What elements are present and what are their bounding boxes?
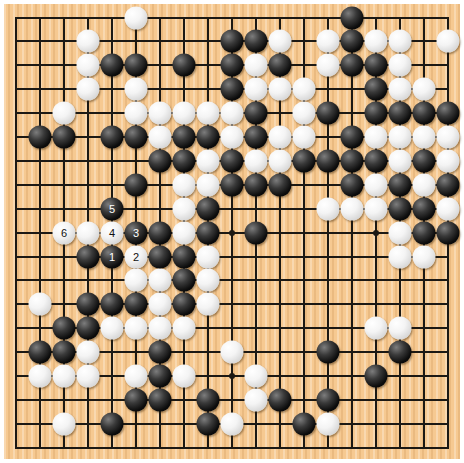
white-stone[interactable] [77,78,100,101]
white-stone[interactable] [149,293,172,316]
black-stone[interactable] [365,149,388,172]
star-point [373,230,379,236]
black-stone[interactable] [317,149,340,172]
white-stone[interactable] [389,245,412,268]
black-stone[interactable] [317,388,340,411]
black-stone[interactable] [125,54,148,77]
white-stone[interactable] [389,149,412,172]
black-stone[interactable] [221,54,244,77]
white-stone[interactable] [149,126,172,149]
black-stone[interactable]: 1 [101,245,124,268]
move-number-label: 1 [109,251,115,262]
move-number-label: 4 [109,227,115,238]
white-stone[interactable] [125,6,148,29]
black-stone[interactable] [53,126,76,149]
black-stone[interactable] [389,341,412,364]
black-stone[interactable] [365,78,388,101]
black-stone[interactable] [197,221,220,244]
black-stone[interactable] [437,221,460,244]
white-stone[interactable] [77,30,100,53]
white-stone[interactable]: 6 [53,221,76,244]
white-stone[interactable] [365,126,388,149]
black-stone[interactable] [101,293,124,316]
star-point [229,373,235,379]
white-stone[interactable] [437,149,460,172]
black-stone[interactable] [245,173,268,196]
white-stone[interactable] [125,365,148,388]
black-stone[interactable] [413,221,436,244]
black-stone[interactable]: 5 [101,197,124,220]
star-point [229,230,235,236]
black-stone[interactable] [245,126,268,149]
white-stone[interactable] [197,293,220,316]
white-stone[interactable] [293,78,316,101]
black-stone[interactable] [173,293,196,316]
white-stone[interactable] [293,102,316,125]
black-stone[interactable] [341,30,364,53]
black-stone[interactable] [341,6,364,29]
white-stone[interactable] [197,149,220,172]
white-stone[interactable]: 2 [125,245,148,268]
black-stone[interactable] [125,126,148,149]
white-stone[interactable] [173,365,196,388]
white-stone[interactable] [437,30,460,53]
white-stone[interactable] [77,221,100,244]
black-stone[interactable] [317,102,340,125]
white-stone[interactable] [173,317,196,340]
black-stone[interactable] [317,341,340,364]
white-stone[interactable] [269,78,292,101]
black-stone[interactable] [389,102,412,125]
white-stone[interactable] [221,126,244,149]
black-stone[interactable] [413,149,436,172]
black-stone[interactable] [101,126,124,149]
black-stone[interactable] [125,173,148,196]
black-stone[interactable] [101,54,124,77]
white-stone[interactable] [221,341,244,364]
white-stone[interactable] [413,245,436,268]
white-stone[interactable] [437,126,460,149]
black-stone[interactable] [389,197,412,220]
black-stone[interactable] [293,412,316,435]
black-stone[interactable] [437,102,460,125]
white-stone[interactable] [413,173,436,196]
white-stone[interactable] [269,30,292,53]
white-stone[interactable] [389,30,412,53]
black-stone[interactable] [53,341,76,364]
black-stone[interactable] [125,293,148,316]
white-stone[interactable] [245,149,268,172]
white-stone[interactable] [125,269,148,292]
white-stone[interactable] [413,78,436,101]
black-stone[interactable] [173,245,196,268]
white-stone[interactable] [53,102,76,125]
grid-line-vertical [351,17,353,449]
white-stone[interactable] [173,102,196,125]
black-stone[interactable] [149,221,172,244]
black-stone[interactable] [221,78,244,101]
white-stone[interactable] [341,197,364,220]
black-stone[interactable] [221,30,244,53]
black-stone[interactable] [197,412,220,435]
white-stone[interactable] [269,126,292,149]
white-stone[interactable] [413,126,436,149]
black-stone[interactable] [413,197,436,220]
white-stone[interactable] [173,173,196,196]
white-stone[interactable] [221,412,244,435]
white-stone[interactable] [365,197,388,220]
white-stone[interactable] [245,365,268,388]
white-stone[interactable] [77,341,100,364]
black-stone[interactable] [173,126,196,149]
black-stone[interactable] [173,149,196,172]
black-stone[interactable] [269,173,292,196]
white-stone[interactable] [197,173,220,196]
white-stone[interactable] [293,126,316,149]
white-stone[interactable] [245,388,268,411]
black-stone[interactable] [293,149,316,172]
white-stone[interactable] [365,317,388,340]
grid-line-vertical [15,17,17,449]
black-stone[interactable] [365,365,388,388]
black-stone[interactable] [197,197,220,220]
move-number-label: 3 [133,227,139,238]
black-stone[interactable] [53,317,76,340]
black-stone[interactable] [173,54,196,77]
white-stone[interactable] [197,102,220,125]
white-stone[interactable] [389,126,412,149]
white-stone[interactable] [197,245,220,268]
white-stone[interactable] [245,54,268,77]
grid-line-vertical [327,17,329,449]
white-stone[interactable] [29,293,52,316]
white-stone[interactable] [173,197,196,220]
white-stone[interactable] [389,221,412,244]
black-stone[interactable] [77,245,100,268]
white-stone[interactable] [317,412,340,435]
black-stone[interactable] [101,412,124,435]
white-stone[interactable] [125,78,148,101]
white-stone[interactable] [149,102,172,125]
black-stone[interactable] [413,102,436,125]
black-stone[interactable] [341,173,364,196]
white-stone[interactable] [221,102,244,125]
black-stone[interactable] [29,341,52,364]
black-stone[interactable] [245,221,268,244]
black-stone[interactable] [173,269,196,292]
white-stone[interactable] [317,30,340,53]
white-stone[interactable] [389,78,412,101]
black-stone[interactable]: 3 [125,221,148,244]
black-stone[interactable] [29,126,52,149]
black-stone[interactable] [125,388,148,411]
black-stone[interactable] [341,149,364,172]
black-stone[interactable] [149,245,172,268]
white-stone[interactable] [269,149,292,172]
black-stone[interactable] [197,388,220,411]
white-stone[interactable] [29,365,52,388]
black-stone[interactable] [197,126,220,149]
white-stone[interactable] [197,269,220,292]
white-stone[interactable] [125,102,148,125]
white-stone[interactable] [77,54,100,77]
black-stone[interactable] [245,30,268,53]
white-stone[interactable] [437,197,460,220]
white-stone[interactable] [53,412,76,435]
black-stone[interactable] [365,54,388,77]
black-stone[interactable] [221,173,244,196]
black-stone[interactable] [149,388,172,411]
white-stone[interactable] [365,30,388,53]
black-stone[interactable] [245,102,268,125]
white-stone[interactable] [317,54,340,77]
go-board[interactable]: 564312 [4,4,460,459]
white-stone[interactable] [389,317,412,340]
black-stone[interactable] [149,365,172,388]
white-stone[interactable] [149,317,172,340]
white-stone[interactable] [365,173,388,196]
white-stone[interactable]: 4 [101,221,124,244]
move-number-label: 2 [133,251,139,262]
white-stone[interactable] [125,317,148,340]
white-stone[interactable] [389,54,412,77]
white-stone[interactable] [53,365,76,388]
white-stone[interactable] [101,317,124,340]
white-stone[interactable] [245,78,268,101]
black-stone[interactable] [269,388,292,411]
white-stone[interactable] [77,365,100,388]
black-stone[interactable] [341,54,364,77]
white-stone[interactable] [317,197,340,220]
black-stone[interactable] [341,126,364,149]
white-stone[interactable] [149,269,172,292]
black-stone[interactable] [149,149,172,172]
black-stone[interactable] [77,317,100,340]
black-stone[interactable] [389,173,412,196]
black-stone[interactable] [269,54,292,77]
black-stone[interactable] [221,149,244,172]
move-number-label: 5 [109,203,115,214]
white-stone[interactable] [173,221,196,244]
black-stone[interactable] [149,341,172,364]
black-stone[interactable] [365,102,388,125]
black-stone[interactable] [77,293,100,316]
black-stone[interactable] [437,173,460,196]
move-number-label: 6 [61,227,67,238]
